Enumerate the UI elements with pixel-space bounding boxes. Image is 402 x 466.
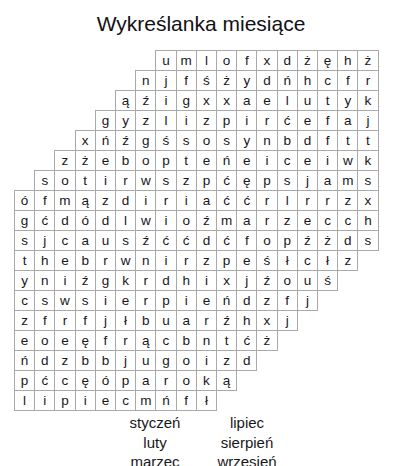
word-list-item: luty xyxy=(114,433,196,453)
grid-cell[interactable]: ą xyxy=(115,90,136,111)
grid-cell[interactable]: i xyxy=(176,110,197,131)
grid-cell[interactable]: ą xyxy=(135,330,156,351)
grid-cell[interactable]: o xyxy=(196,130,217,151)
grid-cell[interactable]: o xyxy=(176,210,197,231)
grid-cell[interactable]: f xyxy=(34,310,55,331)
grid-cell[interactable]: f xyxy=(236,230,257,251)
grid-cell[interactable]: l xyxy=(14,390,35,411)
grid-cell[interactable]: b xyxy=(277,130,298,151)
grid-cell[interactable]: i xyxy=(155,210,176,231)
grid-cell[interactable]: h xyxy=(357,210,378,231)
grid-cell[interactable]: z xyxy=(256,290,277,311)
grid-cell[interactable]: j xyxy=(236,270,257,291)
grid-cell[interactable]: ż xyxy=(256,330,277,351)
grid-cell[interactable]: h xyxy=(34,250,55,271)
grid-cell[interactable]: d xyxy=(54,210,75,231)
grid-cell[interactable]: ó xyxy=(75,210,96,231)
grid-cell[interactable]: d xyxy=(236,350,257,371)
grid-cell[interactable]: x xyxy=(216,90,237,111)
grid-cell[interactable]: f xyxy=(176,70,197,91)
grid-cell[interactable]: x xyxy=(256,50,277,71)
grid-cell[interactable]: m xyxy=(216,210,237,231)
grid-cell[interactable]: y xyxy=(337,90,358,111)
grid-cell[interactable]: c xyxy=(14,290,35,311)
grid-cell[interactable]: f xyxy=(95,330,116,351)
grid-cell[interactable]: ę xyxy=(317,50,338,71)
grid-cell[interactable]: f xyxy=(176,390,197,411)
grid-cell[interactable]: ć xyxy=(176,230,197,251)
grid-cell[interactable]: c xyxy=(297,250,318,271)
grid-cell[interactable]: ł xyxy=(196,390,217,411)
grid-cell[interactable]: r xyxy=(95,250,116,271)
word-list-col-2: lipiecsierpieńwrzesień xyxy=(206,413,288,466)
grid-cell[interactable]: f xyxy=(317,110,338,131)
grid-cell[interactable]: g xyxy=(176,90,197,111)
grid-cell[interactable]: n xyxy=(135,70,156,91)
word-search-grid: umlofxdżęhżnjfśżydńhcfrąźigxxaelutykgyzl… xyxy=(14,50,380,411)
grid-cell[interactable]: p xyxy=(155,150,176,171)
grid-cell[interactable]: f xyxy=(317,130,338,151)
grid-cell[interactable]: m xyxy=(54,190,75,211)
grid-cell[interactable]: e xyxy=(14,330,35,351)
grid-cell[interactable]: t xyxy=(14,250,35,271)
grid-cell[interactable]: k xyxy=(115,270,136,291)
grid-cell[interactable]: l xyxy=(196,50,217,71)
grid-cell[interactable]: n xyxy=(135,250,156,271)
grid-cell[interactable]: f xyxy=(277,290,298,311)
grid-cell[interactable]: e xyxy=(297,110,318,131)
grid-cell[interactable]: b xyxy=(95,350,116,371)
grid-cell[interactable]: a xyxy=(75,230,96,251)
grid-cell[interactable]: y xyxy=(236,70,257,91)
grid-cell[interactable]: d xyxy=(115,190,136,211)
grid-cell[interactable]: d xyxy=(297,130,318,151)
grid-cell[interactable]: u xyxy=(297,270,318,291)
grid-cell[interactable]: p xyxy=(115,370,136,391)
word-list: styczeńlutymarzec lipiecsierpieńwrzesień xyxy=(0,413,402,466)
grid-cell[interactable]: u xyxy=(155,310,176,331)
grid-cell[interactable]: b xyxy=(75,350,96,371)
word-list-item: sierpień xyxy=(206,433,288,453)
grid-cell[interactable]: e xyxy=(297,210,318,231)
grid-cell[interactable]: ć xyxy=(236,190,257,211)
grid-cell[interactable]: ć xyxy=(236,330,257,351)
grid-cell[interactable]: s xyxy=(216,130,237,151)
grid-cell[interactable]: y xyxy=(14,270,35,291)
grid-cell[interactable]: e xyxy=(256,90,277,111)
word-list-col-1: styczeńlutymarzec xyxy=(114,413,196,466)
grid-cell[interactable]: o xyxy=(277,270,298,291)
grid-cell[interactable]: h xyxy=(236,310,257,331)
grid-cell[interactable]: r xyxy=(256,110,277,131)
grid-cell[interactable]: z xyxy=(54,350,75,371)
grid-cell[interactable]: y xyxy=(115,110,136,131)
grid-cell[interactable]: i xyxy=(176,190,197,211)
grid-cell[interactable]: ć xyxy=(34,370,55,391)
grid-cell[interactable]: z xyxy=(196,250,217,271)
grid-cell[interactable]: ć xyxy=(216,190,237,211)
grid-cell[interactable]: p xyxy=(155,290,176,311)
grid-cell[interactable]: ń xyxy=(216,290,237,311)
grid-cell[interactable]: r xyxy=(54,310,75,331)
grid-cell[interactable]: d xyxy=(34,350,55,371)
grid-cell[interactable]: o xyxy=(256,230,277,251)
grid-cell[interactable]: ó xyxy=(95,370,116,391)
grid-cell[interactable]: f xyxy=(34,190,55,211)
grid-cell[interactable]: c xyxy=(54,230,75,251)
grid-cell[interactable]: ć xyxy=(155,230,176,251)
grid-cell[interactable]: l xyxy=(115,210,136,231)
grid-cell[interactable]: ź xyxy=(75,270,96,291)
grid-cell[interactable]: j xyxy=(297,290,318,311)
grid-cell[interactable]: ć xyxy=(216,230,237,251)
grid-cell[interactable]: ś xyxy=(155,130,176,151)
grid-cell[interactable]: t xyxy=(216,330,237,351)
grid-cell[interactable]: l xyxy=(277,190,298,211)
grid-cell[interactable]: p xyxy=(256,170,277,191)
grid-cell[interactable]: o xyxy=(176,370,197,391)
grid-cell[interactable]: ń xyxy=(95,130,116,151)
grid-cell[interactable]: ą xyxy=(216,370,237,391)
grid-cell[interactable]: j xyxy=(277,310,298,331)
grid-cell[interactable]: k xyxy=(196,370,217,391)
grid-cell[interactable]: s xyxy=(14,230,35,251)
grid-cell[interactable]: ę xyxy=(75,370,96,391)
grid-cell[interactable]: r xyxy=(176,250,197,271)
grid-cell[interactable]: i xyxy=(196,350,217,371)
grid-cell[interactable]: b xyxy=(135,310,156,331)
grid-cell[interactable]: w xyxy=(54,290,75,311)
grid-cell[interactable]: n xyxy=(196,330,217,351)
grid-cell[interactable]: ł xyxy=(317,250,338,271)
grid-cell[interactable]: e xyxy=(236,150,257,171)
grid-cell[interactable]: ż xyxy=(75,150,96,171)
grid-cell[interactable]: z xyxy=(14,310,35,331)
grid-cell[interactable]: ż xyxy=(317,230,338,251)
grid-cell[interactable]: d xyxy=(256,70,277,91)
grid-cell[interactable]: p xyxy=(54,390,75,411)
grid-cell[interactable]: u xyxy=(95,230,116,251)
grid-cell[interactable]: o xyxy=(54,170,75,191)
grid-cell[interactable]: d xyxy=(277,50,298,71)
grid-cell[interactable]: e xyxy=(54,330,75,351)
grid-cell[interactable]: ę xyxy=(75,330,96,351)
grid-cell[interactable]: e xyxy=(297,150,318,171)
grid-cell[interactable]: ś xyxy=(196,70,217,91)
grid-cell[interactable]: k xyxy=(357,90,378,111)
grid-cell[interactable]: s xyxy=(34,170,55,191)
grid-cell[interactable]: d xyxy=(236,290,257,311)
grid-cell[interactable]: f xyxy=(236,50,257,71)
grid-cell[interactable]: r xyxy=(256,190,277,211)
grid-cell[interactable]: i xyxy=(317,150,338,171)
grid-cell[interactable]: z xyxy=(337,250,358,271)
grid-cell[interactable]: i xyxy=(155,250,176,271)
grid-cell[interactable]: c xyxy=(317,70,338,91)
grid-cell[interactable]: ć xyxy=(216,170,237,191)
grid-cell[interactable]: ę xyxy=(236,170,257,191)
grid-cell[interactable]: t xyxy=(337,130,358,151)
grid-cell[interactable]: r xyxy=(135,270,156,291)
grid-cell[interactable]: i xyxy=(135,190,156,211)
grid-cell[interactable]: a xyxy=(337,110,358,131)
grid-cell[interactable]: x xyxy=(216,270,237,291)
grid-cell[interactable]: x xyxy=(75,130,96,151)
grid-cell[interactable]: ń xyxy=(155,390,176,411)
grid-cell[interactable]: s xyxy=(357,230,378,251)
puzzle-title: Wykreślanka miesiące xyxy=(0,12,402,36)
grid-cell[interactable]: r xyxy=(155,370,176,391)
grid-cell[interactable]: z xyxy=(54,150,75,171)
grid-cell[interactable]: a xyxy=(236,90,257,111)
grid-cell[interactable]: b xyxy=(115,150,136,171)
grid-cell[interactable]: p xyxy=(14,370,35,391)
grid-cell[interactable]: j xyxy=(297,170,318,191)
grid-cell[interactable]: g xyxy=(135,130,156,151)
grid-cell[interactable]: ł xyxy=(277,250,298,271)
grid-cell[interactable]: w xyxy=(337,150,358,171)
grid-cell[interactable]: m xyxy=(135,390,156,411)
grid-cell[interactable]: ł xyxy=(115,310,136,331)
grid-cell[interactable]: e xyxy=(115,290,136,311)
grid-cell[interactable]: s xyxy=(277,170,298,191)
grid-cell[interactable]: ż xyxy=(357,50,378,71)
grid-cell[interactable]: r xyxy=(196,310,217,331)
grid-cell[interactable]: p xyxy=(277,230,298,251)
grid-cell[interactable]: ą xyxy=(75,190,96,211)
grid-cell[interactable]: ó xyxy=(14,190,35,211)
grid-cell[interactable]: e xyxy=(95,150,116,171)
grid-cell[interactable]: r xyxy=(256,210,277,231)
grid-cell[interactable]: a xyxy=(135,370,156,391)
grid-cell[interactable]: ń xyxy=(277,70,298,91)
grid-cell[interactable]: p xyxy=(216,250,237,271)
grid-cell[interactable]: i xyxy=(256,150,277,171)
grid-cell[interactable]: l xyxy=(155,110,176,131)
grid-cell[interactable]: i xyxy=(196,270,217,291)
grid-cell[interactable]: s xyxy=(115,230,136,251)
grid-cell[interactable]: s xyxy=(357,170,378,191)
grid-cell[interactable]: h xyxy=(337,50,358,71)
grid-cell[interactable]: d xyxy=(95,210,116,231)
grid-cell[interactable]: z xyxy=(337,190,358,211)
grid-cell[interactable]: c xyxy=(337,210,358,231)
grid-cell[interactable]: r xyxy=(115,330,136,351)
grid-cell[interactable]: z xyxy=(216,350,237,371)
grid-cell[interactable]: o xyxy=(216,50,237,71)
grid-cell[interactable]: ź xyxy=(196,210,217,231)
grid-cell[interactable]: z xyxy=(95,190,116,211)
grid-cell[interactable]: ź xyxy=(297,230,318,251)
grid-cell[interactable]: е xyxy=(196,150,217,171)
grid-cell[interactable]: u xyxy=(135,350,156,371)
grid-cell[interactable]: u xyxy=(297,90,318,111)
grid-cell[interactable]: o xyxy=(135,150,156,171)
grid-cell[interactable]: z xyxy=(277,210,298,231)
grid-cell[interactable]: i xyxy=(95,170,116,191)
grid-cell[interactable]: h xyxy=(297,70,318,91)
grid-cell[interactable]: c xyxy=(115,390,136,411)
grid-cell[interactable]: a xyxy=(196,190,217,211)
grid-cell[interactable]: c xyxy=(317,210,338,231)
grid-cell[interactable]: o xyxy=(34,330,55,351)
grid-cell[interactable]: g xyxy=(155,350,176,371)
grid-cell[interactable]: d xyxy=(337,230,358,251)
grid-cell[interactable]: n xyxy=(256,130,277,151)
grid-cell[interactable]: j xyxy=(95,310,116,331)
grid-cell[interactable]: e xyxy=(236,250,257,271)
grid-cell[interactable]: w xyxy=(135,170,156,191)
grid-cell[interactable]: t xyxy=(176,150,197,171)
grid-cell[interactable]: f xyxy=(75,310,96,331)
grid-cell[interactable]: r xyxy=(357,70,378,91)
grid-cell[interactable]: a xyxy=(236,210,257,231)
grid-cell[interactable]: y xyxy=(236,130,257,151)
grid-cell[interactable]: ź xyxy=(135,230,156,251)
grid-cell[interactable]: r xyxy=(297,190,318,211)
grid-cell[interactable]: r xyxy=(135,290,156,311)
grid-cell[interactable]: z xyxy=(135,110,156,131)
grid-cell[interactable]: s xyxy=(75,290,96,311)
grid-cell[interactable]: r xyxy=(155,190,176,211)
grid-cell[interactable]: k xyxy=(357,150,378,171)
grid-cell[interactable]: c xyxy=(155,330,176,351)
grid-cell[interactable]: z xyxy=(196,110,217,131)
grid-cell[interactable]: f xyxy=(337,70,358,91)
grid-cell[interactable]: z xyxy=(176,170,197,191)
grid-cell[interactable]: b xyxy=(176,330,197,351)
grid-cell[interactable]: j xyxy=(115,350,136,371)
grid-cell[interactable]: l xyxy=(277,90,298,111)
grid-cell[interactable]: d xyxy=(155,270,176,291)
grid-cell[interactable]: j xyxy=(155,70,176,91)
grid-cell[interactable]: s xyxy=(176,130,197,151)
grid-cell[interactable]: d xyxy=(196,230,217,251)
word-list-item: styczeń xyxy=(114,413,196,433)
grid-cell[interactable]: i xyxy=(155,90,176,111)
grid-cell[interactable]: ź xyxy=(115,130,136,151)
grid-cell[interactable]: ź xyxy=(216,310,237,331)
grid-cell[interactable]: x xyxy=(196,90,217,111)
grid-cell[interactable]: p xyxy=(216,110,237,131)
grid-cell[interactable]: m xyxy=(337,170,358,191)
grid-cell[interactable]: i xyxy=(95,290,116,311)
grid-cell[interactable]: ź xyxy=(256,270,277,291)
grid-cell[interactable]: c xyxy=(277,150,298,171)
grid-cell[interactable]: w xyxy=(135,210,156,231)
grid-cell[interactable]: i xyxy=(75,390,96,411)
grid-cell[interactable]: t xyxy=(357,130,378,151)
grid-cell[interactable]: j xyxy=(34,230,55,251)
grid-cell[interactable]: s xyxy=(155,170,176,191)
grid-cell[interactable]: u xyxy=(155,50,176,71)
grid-cell[interactable]: x xyxy=(357,190,378,211)
grid-cell[interactable]: n xyxy=(34,270,55,291)
grid-cell[interactable]: c xyxy=(54,370,75,391)
grid-cell[interactable]: i xyxy=(176,290,197,311)
grid-cell[interactable]: w xyxy=(115,250,136,271)
grid-cell[interactable]: g xyxy=(14,210,35,231)
grid-cell[interactable]: ń xyxy=(216,150,237,171)
grid-cell[interactable]: ć xyxy=(277,110,298,131)
grid-cell[interactable]: s xyxy=(34,290,55,311)
grid-cell[interactable]: i xyxy=(34,390,55,411)
word-list-item: wrzesień xyxy=(206,452,288,466)
grid-cell[interactable]: r xyxy=(317,190,338,211)
grid-cell[interactable]: ś xyxy=(256,250,277,271)
grid-cell[interactable]: a xyxy=(317,170,338,191)
grid-cell[interactable]: m xyxy=(176,50,197,71)
grid-cell[interactable]: x xyxy=(256,310,277,331)
grid-cell[interactable]: i xyxy=(54,270,75,291)
word-list-item: marzec xyxy=(114,452,196,466)
grid-cell[interactable]: r xyxy=(115,170,136,191)
grid-cell[interactable]: ż xyxy=(297,50,318,71)
word-list-item: lipiec xyxy=(206,413,288,433)
grid-cell[interactable]: g xyxy=(95,110,116,131)
grid-cell[interactable]: a xyxy=(176,310,197,331)
grid-cell[interactable]: ś xyxy=(317,270,338,291)
grid-cell[interactable]: o xyxy=(176,350,197,371)
grid-cell[interactable]: t xyxy=(75,170,96,191)
grid-cell[interactable]: b xyxy=(75,250,96,271)
grid-cell[interactable]: ź xyxy=(135,90,156,111)
grid-cell[interactable]: g xyxy=(95,270,116,291)
grid-cell[interactable]: h xyxy=(176,270,197,291)
grid-cell[interactable]: e xyxy=(196,290,217,311)
grid-cell[interactable]: e xyxy=(54,250,75,271)
grid-cell[interactable]: ń xyxy=(14,350,35,371)
grid-cell[interactable]: e xyxy=(95,390,116,411)
grid-cell[interactable]: ć xyxy=(34,210,55,231)
grid-cell[interactable]: t xyxy=(317,90,338,111)
grid-cell[interactable]: p xyxy=(196,170,217,191)
grid-cell[interactable]: i xyxy=(236,110,257,131)
grid-cell[interactable]: j xyxy=(357,110,378,131)
grid-cell[interactable]: ż xyxy=(216,70,237,91)
